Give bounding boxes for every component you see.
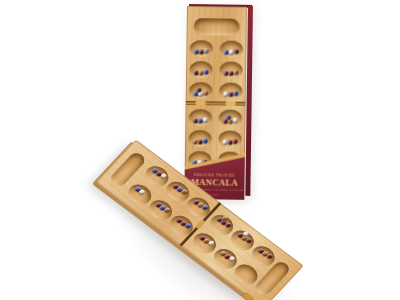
pit (219, 109, 242, 126)
pit (189, 130, 212, 147)
stone (234, 48, 239, 53)
stone (234, 69, 239, 74)
stone (164, 207, 171, 214)
stone (233, 90, 238, 95)
stone (203, 138, 208, 143)
stone (246, 237, 253, 244)
boxed-board-hinge (186, 101, 246, 106)
stone (202, 204, 209, 211)
stone (181, 188, 188, 195)
pit (219, 82, 242, 99)
brass-hinge-icon (196, 101, 206, 105)
stone (160, 172, 167, 179)
stone (138, 189, 145, 196)
stone (229, 255, 236, 262)
product-photo-scene: DELUXE TRAVEL MANCALA WORLD'S OLDEST AND… (0, 0, 400, 300)
pit (219, 61, 242, 78)
pit (219, 130, 242, 147)
stone (204, 69, 209, 74)
pit (220, 40, 243, 57)
stone (204, 48, 209, 53)
stone (208, 240, 215, 247)
stone (185, 222, 192, 229)
stone (233, 138, 238, 143)
pit (190, 40, 213, 57)
boxed-store-top (194, 18, 240, 36)
boxed-board-face: DELUXE TRAVEL MANCALA WORLD'S OLDEST AND… (184, 6, 247, 198)
stone (203, 90, 208, 95)
boxed-pits-upper (189, 40, 243, 100)
stone (233, 117, 238, 122)
pit (189, 109, 212, 126)
stone (225, 221, 232, 228)
pit (189, 82, 212, 99)
stone (203, 117, 208, 122)
mancala-box-upright: DELUXE TRAVEL MANCALA WORLD'S OLDEST AND… (184, 4, 253, 196)
pit (189, 61, 212, 78)
brass-hinge-icon (226, 102, 236, 106)
stone (267, 253, 274, 260)
